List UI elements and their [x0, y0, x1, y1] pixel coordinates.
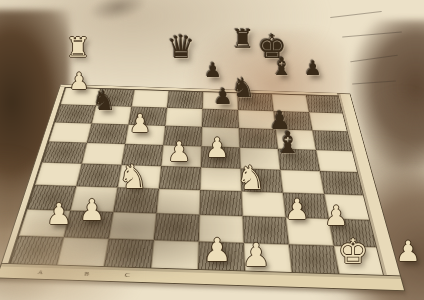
piece-black-pawn-d7[interactable]: ♟	[204, 60, 222, 80]
square-a6[interactable]	[49, 122, 92, 142]
chessboard	[7, 87, 389, 279]
piece-white-king-g1[interactable]: ♚	[338, 234, 368, 268]
piece-white-pawn-e2[interactable]: ♟	[203, 234, 232, 266]
square-h6[interactable]	[312, 130, 354, 151]
square-d3[interactable]	[156, 189, 200, 215]
piece-white-pawn-b2[interactable]: ♟	[46, 200, 72, 229]
square-c2[interactable]	[109, 212, 157, 240]
piece-black-knight-b6[interactable]: ♞	[92, 87, 116, 114]
piece-white-knight-f3[interactable]: ♞	[236, 161, 266, 194]
piece-black-queen-d8[interactable]: ♛	[167, 31, 196, 63]
square-g1[interactable]	[289, 244, 339, 275]
square-d8[interactable]	[167, 91, 203, 109]
square-d7[interactable]	[165, 108, 202, 127]
square-b4[interactable]	[76, 164, 121, 188]
square-g4[interactable]	[280, 170, 324, 194]
square-a1[interactable]	[10, 236, 64, 267]
piece-white-pawn-d4[interactable]: ♟	[167, 138, 191, 165]
piece-white-pawn-g2[interactable]: ♟	[284, 196, 309, 224]
square-c1[interactable]	[104, 239, 154, 270]
piece-white-pawn-h2[interactable]: ♟	[324, 202, 348, 229]
piece-white-pawn-c5[interactable]: ♟	[129, 111, 151, 136]
square-h8[interactable]	[306, 95, 345, 113]
piece-white-pawn-e4[interactable]: ♟	[205, 134, 229, 161]
piece-black-rook-f8[interactable]: ♜	[231, 26, 254, 52]
file-label-c: C	[124, 272, 131, 279]
piece-white-rook-a8[interactable]: ♜	[66, 34, 90, 61]
square-d2[interactable]	[154, 213, 200, 241]
piece-black-bishop-g7[interactable]: ♝	[271, 54, 293, 79]
piece-black-knight-f6[interactable]: ♞	[231, 74, 255, 101]
piece-black-bishop-g4[interactable]: ♝	[275, 128, 302, 158]
square-c8[interactable]	[132, 90, 169, 108]
square-b6[interactable]	[87, 123, 129, 144]
file-label-a: A	[37, 269, 45, 276]
square-a4[interactable]	[35, 162, 82, 186]
chess-watercolor-illustration: A B C ♜♛♜♚♟♟♝♟♞♟♞♟♟♟♟♝♞♞♟♟♟♟♟♟♚♟	[0, 0, 424, 300]
piece-white-pawn-offboard-1[interactable]: ♟	[395, 238, 420, 266]
square-h5[interactable]	[316, 150, 360, 172]
file-label-b: B	[84, 271, 91, 278]
piece-black-pawn-h7[interactable]: ♟	[304, 58, 322, 78]
square-d4[interactable]	[159, 166, 201, 190]
piece-white-knight-c3[interactable]: ♞	[118, 160, 148, 193]
piece-white-pawn-f2[interactable]: ♟	[242, 239, 271, 271]
square-d1[interactable]	[151, 240, 199, 271]
piece-black-pawn-e6[interactable]: ♟	[213, 86, 233, 108]
square-h4[interactable]	[320, 171, 366, 195]
piece-white-pawn-a7[interactable]: ♟	[69, 70, 90, 93]
square-a7[interactable]	[55, 104, 96, 123]
square-e7[interactable]	[202, 109, 239, 128]
square-h7[interactable]	[309, 112, 349, 131]
square-b1[interactable]	[57, 237, 109, 268]
square-a5[interactable]	[42, 142, 87, 164]
piece-white-pawn-c2[interactable]: ♟	[79, 196, 105, 225]
